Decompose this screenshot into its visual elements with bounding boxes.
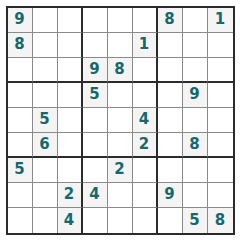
cell-r4c8[interactable]: 9 (183, 83, 208, 108)
cell-r1c1[interactable]: 9 (8, 8, 33, 33)
cell-r6c3[interactable] (58, 133, 83, 158)
cell-r1c3[interactable] (58, 8, 83, 33)
cell-r9c5[interactable] (108, 208, 133, 233)
cell-r9c1[interactable] (8, 208, 33, 233)
cell-r6c8[interactable]: 8 (183, 133, 208, 158)
cell-r1c9[interactable]: 1 (208, 8, 233, 33)
cell-r6c7[interactable] (158, 133, 183, 158)
cell-r3c2[interactable] (33, 58, 58, 83)
cell-r5c6[interactable]: 4 (133, 108, 158, 133)
cell-r7c8[interactable] (183, 158, 208, 183)
cell-r3c9[interactable] (208, 58, 233, 83)
cell-r9c8[interactable]: 5 (183, 208, 208, 233)
cell-r1c4[interactable] (83, 8, 108, 33)
cell-r3c6[interactable] (133, 58, 158, 83)
cell-r5c9[interactable] (208, 108, 233, 133)
cell-r8c4[interactable]: 4 (83, 183, 108, 208)
cell-r3c3[interactable] (58, 58, 83, 83)
cell-r5c8[interactable] (183, 108, 208, 133)
cell-r1c5[interactable] (108, 8, 133, 33)
cell-r1c6[interactable] (133, 8, 158, 33)
cell-r7c3[interactable] (58, 158, 83, 183)
cell-r6c1[interactable] (8, 133, 33, 158)
cell-r2c4[interactable] (83, 33, 108, 58)
cell-r5c1[interactable] (8, 108, 33, 133)
cell-r1c2[interactable] (33, 8, 58, 33)
cell-r5c4[interactable] (83, 108, 108, 133)
cell-r3c5[interactable]: 8 (108, 58, 133, 83)
cell-r3c1[interactable] (8, 58, 33, 83)
cell-r1c7[interactable]: 8 (158, 8, 183, 33)
cell-r2c3[interactable] (58, 33, 83, 58)
cell-r7c1[interactable]: 5 (8, 158, 33, 183)
cell-r4c9[interactable] (208, 83, 233, 108)
cell-r8c6[interactable] (133, 183, 158, 208)
sudoku-board: 9818198595462852249458 (6, 6, 235, 235)
cell-r2c2[interactable] (33, 33, 58, 58)
cell-r2c5[interactable] (108, 33, 133, 58)
cell-r9c4[interactable] (83, 208, 108, 233)
cell-r9c6[interactable] (133, 208, 158, 233)
cell-r4c6[interactable] (133, 83, 158, 108)
cell-r8c8[interactable] (183, 183, 208, 208)
cell-r6c2[interactable]: 6 (33, 133, 58, 158)
cell-r4c4[interactable]: 5 (83, 83, 108, 108)
cell-r2c9[interactable] (208, 33, 233, 58)
cell-r7c5[interactable]: 2 (108, 158, 133, 183)
cell-r8c5[interactable] (108, 183, 133, 208)
cell-r2c7[interactable] (158, 33, 183, 58)
cell-r4c1[interactable] (8, 83, 33, 108)
cell-r6c6[interactable]: 2 (133, 133, 158, 158)
cell-r9c7[interactable] (158, 208, 183, 233)
cell-r6c5[interactable] (108, 133, 133, 158)
cell-r7c4[interactable] (83, 158, 108, 183)
cell-r4c5[interactable] (108, 83, 133, 108)
cell-r8c7[interactable]: 9 (158, 183, 183, 208)
cell-r8c9[interactable] (208, 183, 233, 208)
cell-r4c2[interactable] (33, 83, 58, 108)
cell-r5c5[interactable] (108, 108, 133, 133)
cell-r4c3[interactable] (58, 83, 83, 108)
cell-r8c2[interactable] (33, 183, 58, 208)
cell-r9c9[interactable]: 8 (208, 208, 233, 233)
cell-r5c3[interactable] (58, 108, 83, 133)
cell-r3c8[interactable] (183, 58, 208, 83)
cell-r8c3[interactable]: 2 (58, 183, 83, 208)
cell-r3c7[interactable] (158, 58, 183, 83)
cell-r2c6[interactable]: 1 (133, 33, 158, 58)
cell-r9c3[interactable]: 4 (58, 208, 83, 233)
cell-r3c4[interactable]: 9 (83, 58, 108, 83)
cell-r6c9[interactable] (208, 133, 233, 158)
cell-r7c7[interactable] (158, 158, 183, 183)
cell-r6c4[interactable] (83, 133, 108, 158)
cell-r1c8[interactable] (183, 8, 208, 33)
page: 9818198595462852249458 (0, 0, 240, 240)
cell-r2c8[interactable] (183, 33, 208, 58)
cell-r9c2[interactable] (33, 208, 58, 233)
cell-r4c7[interactable] (158, 83, 183, 108)
cell-r5c7[interactable] (158, 108, 183, 133)
cell-r7c6[interactable] (133, 158, 158, 183)
cell-r7c2[interactable] (33, 158, 58, 183)
cell-r8c1[interactable] (8, 183, 33, 208)
cell-r7c9[interactable] (208, 158, 233, 183)
cell-r5c2[interactable]: 5 (33, 108, 58, 133)
cell-r2c1[interactable]: 8 (8, 33, 33, 58)
